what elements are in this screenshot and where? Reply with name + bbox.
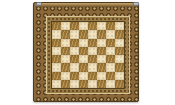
board-square [79, 47, 88, 55]
board-square [61, 22, 70, 30]
board-square [52, 30, 61, 38]
board-square [115, 47, 124, 55]
board-square [106, 55, 115, 63]
board-square [106, 47, 115, 55]
board-square [52, 80, 61, 88]
board-square [115, 30, 124, 38]
board-square [70, 80, 79, 88]
board-square [106, 22, 115, 30]
board-square [79, 63, 88, 71]
board-square [106, 39, 115, 47]
board-square [70, 30, 79, 38]
board-square [61, 30, 70, 38]
board-square [88, 30, 97, 38]
board-square [70, 55, 79, 63]
board-square [115, 39, 124, 47]
board-square [88, 80, 97, 88]
board-square [52, 72, 61, 80]
board-square [79, 72, 88, 80]
board-square [97, 30, 106, 38]
board-square [97, 72, 106, 80]
board-square [79, 80, 88, 88]
board-square [88, 39, 97, 47]
board-square [52, 39, 61, 47]
board-square [97, 80, 106, 88]
board-square [97, 22, 106, 30]
board-square [97, 47, 106, 55]
board-square [52, 55, 61, 63]
board-square [106, 63, 115, 71]
board-square [79, 30, 88, 38]
board-square [61, 63, 70, 71]
board-square [52, 47, 61, 55]
board-square [88, 22, 97, 30]
board-square [97, 55, 106, 63]
board-square [115, 63, 124, 71]
board-square [61, 72, 70, 80]
board-square [70, 22, 79, 30]
board-square [115, 22, 124, 30]
board-square [88, 72, 97, 80]
board-square [97, 39, 106, 47]
board-square [115, 80, 124, 88]
board-square [79, 22, 88, 30]
board-square [70, 47, 79, 55]
board-square [88, 63, 97, 71]
board-square [70, 72, 79, 80]
board-square [52, 22, 61, 30]
chess-board [33, 2, 139, 102]
board-square [61, 80, 70, 88]
board-photo [0, 0, 175, 105]
board-square [70, 39, 79, 47]
board-square [70, 63, 79, 71]
board-square [106, 30, 115, 38]
left-hinge [36, 2, 42, 6]
board-square [61, 39, 70, 47]
board-square [97, 63, 106, 71]
board-square [79, 39, 88, 47]
board-square [61, 47, 70, 55]
board-square [88, 47, 97, 55]
right-hinge [133, 2, 139, 6]
board-square [79, 55, 88, 63]
board-square [61, 55, 70, 63]
board-square [115, 55, 124, 63]
board-square [106, 72, 115, 80]
board-square [106, 80, 115, 88]
playing-field [51, 21, 125, 89]
board-square [115, 72, 124, 80]
board-top-edge [35, 3, 137, 7]
board-square [52, 63, 61, 71]
board-square [88, 55, 97, 63]
